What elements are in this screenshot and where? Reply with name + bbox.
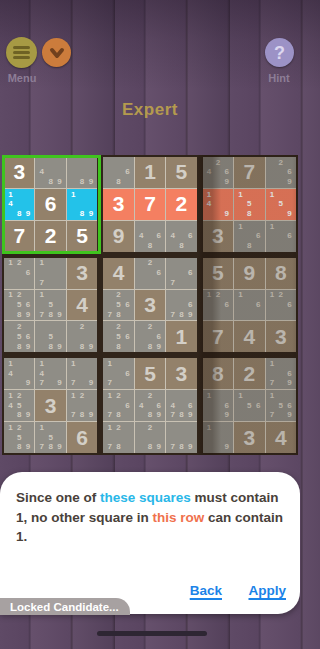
- candidate-digit: 5: [245, 401, 254, 411]
- candidates: 46789: [168, 391, 194, 420]
- candidates: 789: [168, 423, 194, 452]
- candidate-digit: 6: [123, 369, 132, 379]
- candidate-digit: 9: [55, 177, 64, 187]
- home-indicator[interactable]: [97, 631, 207, 636]
- cell-r2c6[interactable]: 2: [166, 189, 196, 220]
- candidate-digit: 9: [285, 379, 294, 389]
- candidate-digit: 9: [24, 209, 33, 219]
- candidate-digit: 9: [24, 310, 33, 320]
- candidates: 589: [37, 322, 63, 351]
- candidate-digit: 2: [114, 322, 123, 332]
- cell-r6c5[interactable]: 2689: [135, 321, 165, 352]
- cell-r5c8[interactable]: 16: [234, 290, 264, 321]
- hamburger-icon: [13, 46, 30, 59]
- candidate-digit: 2: [146, 423, 155, 433]
- cell-r8c6[interactable]: 46789: [166, 390, 196, 421]
- candidate-digit: 2: [276, 158, 285, 168]
- candidate-digit: 6: [123, 332, 132, 342]
- candidate-digit: 9: [87, 379, 96, 389]
- candidate-digit: 6: [254, 401, 263, 411]
- cell-value: 3: [135, 290, 165, 321]
- candidate-digit: 1: [37, 291, 46, 301]
- candidate-digit: 6: [186, 401, 195, 411]
- cell-r7c7[interactable]: 8: [203, 358, 233, 389]
- cell-r2c4[interactable]: 3: [103, 189, 133, 220]
- candidate-digit: 6: [285, 231, 294, 241]
- cell-r6c2[interactable]: 589: [35, 321, 65, 352]
- cell-r8c7[interactable]: 169: [203, 390, 233, 421]
- candidate-digit: 1: [37, 423, 46, 433]
- cell-r1c9[interactable]: 269: [266, 157, 296, 188]
- cell-value: 3: [103, 189, 133, 220]
- candidate-digit: 6: [123, 300, 132, 310]
- candidate-digit: 9: [186, 442, 195, 452]
- candidate-digit: 1: [236, 391, 245, 401]
- cell-r7c8[interactable]: 2: [234, 358, 264, 389]
- candidate-digit: 5: [15, 433, 24, 443]
- candidate-digit: 9: [285, 410, 294, 420]
- cell-r4c9[interactable]: 8: [266, 258, 296, 289]
- menu-button[interactable]: [6, 37, 37, 68]
- candidate-digit: 1: [268, 222, 277, 232]
- candidate-digit: 2: [15, 391, 24, 401]
- candidate-digit: 1: [37, 259, 46, 269]
- candidates: 169: [205, 391, 231, 420]
- cell-r4c8[interactable]: 9: [234, 258, 264, 289]
- cell-r1c7[interactable]: 2469: [203, 157, 233, 188]
- cell-r3c2[interactable]: 2: [35, 221, 65, 252]
- candidates: 1479: [37, 359, 63, 388]
- candidate-digit: 9: [285, 177, 294, 187]
- candidate-digit: 6: [24, 332, 33, 342]
- candidate-digit: 9: [154, 442, 163, 452]
- candidate-digit: 9: [87, 177, 96, 187]
- cell-value: 4: [67, 290, 97, 321]
- candidate-digit: 8: [15, 342, 24, 352]
- cell-value: 8: [203, 358, 233, 389]
- cell-r3c3[interactable]: 5: [67, 221, 97, 252]
- candidate-digit: 9: [55, 379, 64, 389]
- candidate-digit: 7: [168, 410, 177, 420]
- candidate-digit: 1: [205, 291, 214, 301]
- cell-r5c9[interactable]: 126: [266, 290, 296, 321]
- cell-value: 8: [266, 258, 296, 289]
- cell-r8c8[interactable]: 156: [234, 390, 264, 421]
- candidate-digit: 7: [168, 310, 177, 320]
- candidate-digit: 7: [168, 442, 177, 452]
- candidate-digit: 9: [55, 442, 64, 452]
- candidate-digit: 5: [245, 200, 254, 210]
- candidate-digit: 6: [186, 268, 195, 278]
- cell-value: 4: [234, 321, 264, 352]
- candidate-digit: 6: [285, 300, 294, 310]
- candidate-digit: 8: [114, 442, 123, 452]
- cell-r1c4[interactable]: 68: [103, 157, 133, 188]
- candidate-digit: 2: [114, 391, 123, 401]
- technique-tab[interactable]: Locked Candidate...: [0, 598, 130, 615]
- candidate-digit: 9: [24, 379, 33, 389]
- candidate-digit: 6: [254, 231, 263, 241]
- cell-value: 7: [203, 321, 233, 352]
- candidate-digit: 1: [105, 391, 114, 401]
- cell-value: 2: [35, 221, 65, 252]
- cell-value: 4: [266, 422, 296, 453]
- candidate-digit: 1: [205, 190, 214, 200]
- candidate-digit: 6: [285, 401, 294, 411]
- cell-r6c8[interactable]: 4: [234, 321, 264, 352]
- candidate-digit: 6: [222, 401, 231, 411]
- candidate-digit: 9: [222, 209, 231, 219]
- cell-value: 3: [4, 157, 34, 188]
- candidates: 1278: [105, 423, 131, 452]
- chevron-down-icon: [47, 43, 67, 63]
- candidates: 2689: [137, 322, 163, 351]
- candidate-digit: 4: [205, 168, 214, 178]
- candidates: 16: [236, 291, 262, 320]
- candidate-digit: 2: [146, 259, 155, 269]
- cell-r9c5[interactable]: 289: [135, 422, 165, 453]
- apply-button[interactable]: Apply: [248, 583, 286, 598]
- cell-r1c2[interactable]: 489: [35, 157, 65, 188]
- candidate-digit: 5: [114, 332, 123, 342]
- cell-r2c8[interactable]: 158: [234, 189, 264, 220]
- candidate-digit: 4: [205, 200, 214, 210]
- candidates: 15679: [268, 391, 294, 420]
- candidate-digit: 1: [105, 359, 114, 369]
- cell-r1c8[interactable]: 7: [234, 157, 264, 188]
- candidate-digit: 5: [15, 332, 24, 342]
- cell-r9c4[interactable]: 1278: [103, 422, 133, 453]
- candidates: 2568: [105, 322, 131, 351]
- candidate-digit: 8: [46, 342, 55, 352]
- candidate-digit: 1: [268, 190, 277, 200]
- cell-r3c8[interactable]: 168: [234, 221, 264, 252]
- candidate-digit: 9: [222, 410, 231, 420]
- candidates: 126: [205, 291, 231, 320]
- candidates: 269: [268, 158, 294, 187]
- cell-r7c3[interactable]: 179: [67, 358, 97, 389]
- candidates: 124589: [6, 391, 32, 420]
- candidate-digit: 4: [6, 401, 15, 411]
- cell-r3c1[interactable]: 7: [4, 221, 34, 252]
- candidate-digit: 8: [15, 209, 24, 219]
- candidates: 126: [6, 259, 32, 288]
- candidates: 159: [268, 190, 294, 219]
- hint-segment-orange: this row: [153, 510, 205, 525]
- candidates: 468: [137, 222, 163, 251]
- candidate-digit: 8: [78, 342, 87, 352]
- candidate-digit: 1: [205, 391, 214, 401]
- cell-r9c2[interactable]: 15789: [35, 422, 65, 453]
- cell-r6c6[interactable]: 1: [166, 321, 196, 352]
- cell-value: 1: [135, 157, 165, 188]
- cell-value: 7: [4, 221, 34, 252]
- candidate-digit: 2: [276, 291, 285, 301]
- cell-value: 3: [266, 321, 296, 352]
- cell-r8c3[interactable]: 12789: [67, 390, 97, 421]
- candidate-digit: 2: [15, 291, 24, 301]
- hint-segment-cyan: these squares: [100, 490, 191, 505]
- cell-r2c7[interactable]: 149: [203, 189, 233, 220]
- cell-r9c8[interactable]: 3: [234, 422, 264, 453]
- candidate-digit: 8: [15, 410, 24, 420]
- candidate-digit: 6: [222, 168, 231, 178]
- candidate-digit: 8: [177, 241, 186, 251]
- candidate-digit: 5: [114, 300, 123, 310]
- candidate-digit: 9: [87, 410, 96, 420]
- candidate-digit: 1: [69, 359, 78, 369]
- candidate-digit: 8: [15, 442, 24, 452]
- candidate-digit: 9: [87, 209, 96, 219]
- cell-r3c7[interactable]: 3: [203, 221, 233, 252]
- cell-r6c7[interactable]: 7: [203, 321, 233, 352]
- cell-r2c1[interactable]: 1489: [4, 189, 34, 220]
- candidate-digit: 1: [268, 291, 277, 301]
- candidate-digit: 8: [146, 410, 155, 420]
- candidate-digit: 7: [69, 410, 78, 420]
- cell-value: 5: [135, 358, 165, 389]
- candidate-digit: 7: [37, 278, 46, 288]
- cell-r9c6[interactable]: 789: [166, 422, 196, 453]
- candidates: 158: [236, 190, 262, 219]
- sudoku-board: 3489896815246972691489618937214915815972…: [2, 155, 298, 455]
- candidate-digit: 8: [245, 241, 254, 251]
- candidate-digit: 4: [168, 231, 177, 241]
- candidate-digit: 6: [123, 401, 132, 411]
- candidate-digit: 7: [37, 310, 46, 320]
- cell-value: 4: [103, 258, 133, 289]
- candidate-digit: 9: [186, 410, 195, 420]
- cell-value: 7: [234, 157, 264, 188]
- candidate-digit: 6: [154, 401, 163, 411]
- candidate-digit: 7: [105, 410, 114, 420]
- difficulty-title: Expert: [0, 100, 300, 120]
- collapse-button[interactable]: [42, 38, 71, 67]
- candidate-digit: 8: [146, 241, 155, 251]
- cell-r4c2[interactable]: 17: [35, 258, 65, 289]
- cell-r8c4[interactable]: 12678: [103, 390, 133, 421]
- candidate-digit: 1: [6, 359, 15, 369]
- candidate-digit: 2: [78, 391, 87, 401]
- cell-r2c2[interactable]: 6: [35, 189, 65, 220]
- candidate-digit: 1: [37, 359, 46, 369]
- cell-r9c9[interactable]: 4: [266, 422, 296, 453]
- candidates: 89: [69, 158, 95, 187]
- cell-r9c3[interactable]: 6: [67, 422, 97, 453]
- cell-value: 6: [67, 422, 97, 453]
- hint-button[interactable]: ?: [265, 38, 294, 67]
- candidates: 12589: [6, 423, 32, 452]
- cell-r2c9[interactable]: 159: [266, 189, 296, 220]
- cell-r9c7[interactable]: 19: [203, 422, 233, 453]
- cell-value: 3: [234, 422, 264, 453]
- candidate-digit: 6: [254, 300, 263, 310]
- cell-r8c5[interactable]: 24689: [135, 390, 165, 421]
- candidate-digit: 5: [46, 332, 55, 342]
- cell-r3c9[interactable]: 16: [266, 221, 296, 252]
- cell-r8c9[interactable]: 15679: [266, 390, 296, 421]
- cell-r8c1[interactable]: 124589: [4, 390, 34, 421]
- cell-r4c7[interactable]: 5: [203, 258, 233, 289]
- candidate-digit: 2: [15, 423, 24, 433]
- cell-r5c1[interactable]: 125689: [4, 290, 34, 321]
- candidate-digit: 8: [177, 410, 186, 420]
- cell-r5c5[interactable]: 3: [135, 290, 165, 321]
- technique-tab-label: Locked Candidate...: [0, 601, 119, 613]
- cell-r4c5[interactable]: 26: [135, 258, 165, 289]
- menu-button-label: Menu: [0, 72, 44, 84]
- cell-value: 3: [203, 221, 233, 252]
- cell-r1c5[interactable]: 1: [135, 157, 165, 188]
- cell-r9c1[interactable]: 12589: [4, 422, 34, 453]
- candidate-digit: 7: [105, 379, 114, 389]
- candidates: 19: [205, 423, 231, 452]
- cell-r4c4[interactable]: 4: [103, 258, 133, 289]
- candidates: 1679: [268, 359, 294, 388]
- cell-r7c9[interactable]: 1679: [266, 358, 296, 389]
- candidate-digit: 8: [46, 442, 55, 452]
- hint-button-label: Hint: [258, 72, 300, 84]
- cell-r7c5[interactable]: 5: [135, 358, 165, 389]
- candidate-digit: 1: [236, 190, 245, 200]
- candidate-digit: 6: [154, 231, 163, 241]
- candidate-digit: 8: [177, 310, 186, 320]
- cell-r3c6[interactable]: 468: [166, 221, 196, 252]
- candidates: 149: [205, 190, 231, 219]
- cell-value: 9: [103, 221, 133, 252]
- cell-r5c3[interactable]: 4: [67, 290, 97, 321]
- candidate-digit: 7: [69, 379, 78, 389]
- candidate-digit: 2: [15, 259, 24, 269]
- cell-r5c7[interactable]: 126: [203, 290, 233, 321]
- cell-r6c9[interactable]: 3: [266, 321, 296, 352]
- cell-value: 2: [166, 189, 196, 220]
- candidate-digit: 2: [15, 322, 24, 332]
- candidate-digit: 4: [137, 401, 146, 411]
- candidates: 17: [37, 259, 63, 288]
- cell-r7c1[interactable]: 149: [4, 358, 34, 389]
- candidate-digit: 8: [78, 209, 87, 219]
- candidates: 468: [168, 222, 194, 251]
- candidates: 15789: [37, 291, 63, 320]
- candidate-digit: 4: [6, 200, 15, 210]
- candidate-digit: 1: [6, 391, 15, 401]
- candidate-digit: 1: [205, 423, 214, 433]
- cell-value: 6: [35, 189, 65, 220]
- candidates: 289: [137, 423, 163, 452]
- cell-r4c6[interactable]: 67: [166, 258, 196, 289]
- candidates: 12789: [69, 391, 95, 420]
- cell-value: 5: [67, 221, 97, 252]
- candidates: 25678: [105, 291, 131, 320]
- cell-r3c4[interactable]: 9: [103, 221, 133, 252]
- cell-r6c1[interactable]: 25689: [4, 321, 34, 352]
- candidates: 167: [105, 359, 131, 388]
- cell-r6c3[interactable]: 289: [67, 321, 97, 352]
- cell-r5c4[interactable]: 25678: [103, 290, 133, 321]
- candidate-digit: 1: [268, 359, 277, 369]
- candidate-digit: 7: [105, 310, 114, 320]
- candidate-digit: 9: [222, 442, 231, 452]
- back-button[interactable]: Back: [190, 583, 222, 598]
- candidates: 26: [137, 259, 163, 288]
- candidate-digit: 9: [24, 442, 33, 452]
- candidates: 16: [268, 222, 294, 251]
- candidate-digit: 6: [154, 268, 163, 278]
- candidates: 1489: [6, 190, 32, 219]
- cell-value: 3: [67, 258, 97, 289]
- cell-r5c2[interactable]: 15789: [35, 290, 65, 321]
- candidate-digit: 6: [222, 300, 231, 310]
- candidate-digit: 8: [15, 310, 24, 320]
- cell-r2c5[interactable]: 7: [135, 189, 165, 220]
- question-mark-icon: ?: [274, 44, 285, 62]
- cell-value: 1: [166, 321, 196, 352]
- candidates: 125689: [6, 291, 32, 320]
- cell-r6c4[interactable]: 2568: [103, 321, 133, 352]
- cell-r3c5[interactable]: 468: [135, 221, 165, 252]
- cell-r1c6[interactable]: 5: [166, 157, 196, 188]
- cell-r7c4[interactable]: 167: [103, 358, 133, 389]
- candidates: 24689: [137, 391, 163, 420]
- cell-r1c3[interactable]: 89: [67, 157, 97, 188]
- candidate-digit: 1: [236, 291, 245, 301]
- cell-r4c1[interactable]: 126: [4, 258, 34, 289]
- candidate-digit: 2: [146, 391, 155, 401]
- candidates: 179: [69, 359, 95, 388]
- candidate-digit: 9: [285, 209, 294, 219]
- candidates: 15789: [37, 423, 63, 452]
- candidate-digit: 9: [24, 342, 33, 352]
- candidate-digit: 9: [222, 177, 231, 187]
- candidate-digit: 7: [168, 278, 177, 288]
- cell-r2c3[interactable]: 189: [67, 189, 97, 220]
- candidate-digit: 6: [123, 168, 132, 178]
- cell-r7c2[interactable]: 1479: [35, 358, 65, 389]
- hint-panel: Since one of these squares must contain …: [0, 472, 300, 614]
- candidate-digit: 9: [154, 410, 163, 420]
- candidate-digit: 6: [186, 300, 195, 310]
- candidate-digit: 4: [168, 401, 177, 411]
- candidate-digit: 8: [114, 410, 123, 420]
- candidate-digit: 5: [46, 300, 55, 310]
- candidate-digit: 8: [114, 342, 123, 352]
- cell-r8c2[interactable]: 3: [35, 390, 65, 421]
- candidate-digit: 8: [245, 209, 254, 219]
- candidate-digit: 4: [6, 369, 15, 379]
- candidates: 2469: [205, 158, 231, 187]
- candidate-digit: 9: [55, 310, 64, 320]
- candidate-digit: 1: [6, 190, 15, 200]
- candidates: 289: [69, 322, 95, 351]
- candidate-digit: 8: [114, 310, 123, 320]
- candidate-digit: 5: [276, 401, 285, 411]
- cell-r4c3[interactable]: 3: [67, 258, 97, 289]
- cell-r1c1[interactable]: 3: [4, 157, 34, 188]
- cell-r5c6[interactable]: 6789: [166, 290, 196, 321]
- candidate-digit: 7: [268, 379, 277, 389]
- candidate-digit: 8: [114, 177, 123, 187]
- candidate-digit: 1: [6, 291, 15, 301]
- candidates: 6789: [168, 291, 194, 320]
- candidate-digit: 2: [114, 423, 123, 433]
- cell-r7c6[interactable]: 3: [166, 358, 196, 389]
- candidate-digit: 6: [24, 300, 33, 310]
- candidate-digit: 6: [285, 369, 294, 379]
- candidate-digit: 9: [55, 342, 64, 352]
- candidate-digit: 1: [6, 259, 15, 269]
- candidate-digit: 6: [285, 168, 294, 178]
